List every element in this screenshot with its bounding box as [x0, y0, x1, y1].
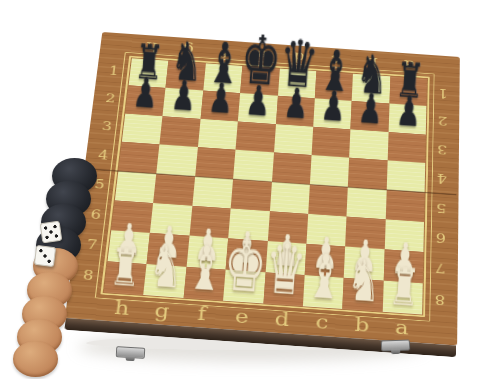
square-g8: ♞ — [144, 264, 187, 298]
square-d8: ♛ — [263, 272, 305, 306]
square-c2: ♟ — [313, 99, 352, 130]
square-c8: ♝ — [303, 275, 344, 309]
board-grid: ♜♞♝♚♛♝♞♜♟♟♟♟♟♟♟♟♟♟♟♟♟♟♟♟♜♞♝♚♛♝♞♜ — [104, 58, 427, 314]
rank-label: 3 — [425, 134, 459, 165]
piece-black-pawn: ♟ — [357, 88, 384, 131]
rank-label: 5 — [424, 192, 459, 224]
square-b2: ♟ — [351, 101, 389, 132]
square-a3 — [387, 132, 426, 163]
square-a4 — [386, 160, 425, 192]
square-e8: ♚ — [223, 269, 265, 303]
square-f4 — [195, 147, 236, 179]
piece-black-pawn: ♟ — [170, 75, 197, 118]
white-die — [34, 245, 56, 267]
square-f8: ♝ — [183, 267, 225, 301]
square-d3 — [274, 124, 314, 155]
clasp-hinge-left — [116, 346, 146, 359]
square-c3 — [311, 127, 350, 158]
piece-white-king: ♚ — [222, 228, 269, 303]
piece-white-bishop: ♝ — [186, 237, 226, 300]
rank-labels-right: 12345678 — [422, 79, 459, 317]
square-c4 — [310, 155, 350, 187]
square-h2: ♟ — [125, 86, 166, 117]
square-f2: ♟ — [200, 91, 240, 122]
square-e5 — [231, 179, 272, 211]
square-b4 — [348, 158, 387, 190]
square-a5 — [385, 190, 424, 222]
square-e3 — [236, 121, 276, 152]
rank-label: 1 — [426, 79, 459, 109]
rank-label: 3 — [88, 111, 125, 142]
rank-label: 1 — [96, 56, 132, 86]
rank-label: 2 — [92, 83, 129, 113]
square-a2: ♟ — [388, 104, 426, 135]
square-g3 — [160, 116, 201, 147]
square-e4 — [233, 150, 273, 182]
rank-label: 4 — [425, 163, 459, 195]
square-h5 — [115, 171, 157, 203]
square-f3 — [198, 119, 238, 150]
square-f5 — [192, 176, 233, 208]
clasp-hinge-right — [381, 339, 410, 351]
rank-label: 2 — [426, 106, 460, 136]
square-h8: ♜ — [104, 261, 147, 295]
piece-black-pawn: ♟ — [132, 72, 159, 115]
piece-white-knight: ♞ — [147, 237, 185, 296]
square-d5 — [269, 182, 309, 214]
square-d4 — [272, 152, 312, 184]
piece-black-pawn: ♟ — [207, 77, 234, 120]
piece-white-bishop: ♝ — [305, 245, 345, 308]
piece-white-knight: ♞ — [346, 251, 384, 310]
rank-label: 8 — [422, 283, 458, 317]
piece-black-pawn: ♟ — [320, 85, 347, 128]
square-e2: ♟ — [238, 93, 278, 124]
piece-white-rook: ♜ — [387, 260, 421, 313]
square-h3 — [122, 113, 163, 144]
rank-label: 6 — [423, 222, 458, 255]
white-die — [40, 221, 63, 244]
piece-white-rook: ♜ — [109, 241, 143, 294]
product-photo-stage: ♜♞♝♚♛♝♞♜♟♟♟♟♟♟♟♟♟♟♟♟♟♟♟♟♜♞♝♚♛♝♞♜ hgfedcb… — [0, 0, 500, 379]
square-c5 — [308, 184, 348, 216]
wood-checker — [13, 341, 58, 377]
piece-black-pawn: ♟ — [395, 90, 422, 133]
chess-board: ♜♞♝♚♛♝♞♜♟♟♟♟♟♟♟♟♟♟♟♟♟♟♟♟♜♞♝♚♛♝♞♜ hgfedcb… — [65, 32, 460, 345]
square-h4 — [118, 142, 159, 174]
square-d2: ♟ — [276, 96, 315, 127]
piece-black-pawn: ♟ — [245, 80, 272, 123]
board-wood-border: ♜♞♝♚♛♝♞♜♟♟♟♟♟♟♟♟♟♟♟♟♟♟♟♟♜♞♝♚♛♝♞♜ hgfedcb… — [65, 32, 460, 345]
square-g5 — [153, 173, 194, 205]
piece-black-pawn: ♟ — [282, 83, 309, 126]
square-b8: ♞ — [343, 278, 384, 312]
square-a8: ♜ — [382, 280, 422, 314]
square-b3 — [349, 129, 388, 160]
square-b5 — [347, 187, 387, 219]
piece-white-queen: ♛ — [263, 233, 308, 305]
